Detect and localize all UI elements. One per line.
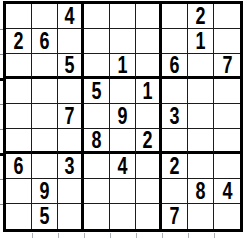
cell-r2c6[interactable] <box>136 29 162 54</box>
cell-r8c8[interactable]: 8 <box>188 179 214 204</box>
cell-r1c9[interactable] <box>214 4 240 29</box>
cell-r9c9[interactable] <box>214 204 240 229</box>
given-digit: 8 <box>196 180 206 203</box>
given-digit: 5 <box>40 205 50 228</box>
cell-r2c4[interactable] <box>84 29 110 54</box>
cell-r9c6[interactable] <box>136 204 162 229</box>
cell-r7c3[interactable]: 3 <box>58 154 84 179</box>
cell-r6c1[interactable] <box>6 129 32 154</box>
cell-r6c6[interactable]: 2 <box>136 129 162 154</box>
cell-r2c1[interactable]: 2 <box>6 29 32 54</box>
cell-r5c5[interactable]: 9 <box>110 104 136 129</box>
margin-gridline-stub <box>110 233 111 238</box>
cell-r5c1[interactable] <box>6 104 32 129</box>
cell-r5c6[interactable] <box>136 104 162 129</box>
cell-r6c4[interactable]: 8 <box>84 129 110 154</box>
given-digit: 6 <box>170 54 180 77</box>
given-digit: 9 <box>40 180 50 203</box>
cell-r3c4[interactable] <box>84 54 110 79</box>
cell-r4c8[interactable] <box>188 79 214 104</box>
cell-r3c6[interactable] <box>136 54 162 79</box>
cell-r9c1[interactable] <box>6 204 32 229</box>
cell-r9c8[interactable] <box>188 204 214 229</box>
cell-r1c1[interactable] <box>6 4 32 29</box>
cell-r5c3[interactable]: 7 <box>58 104 84 129</box>
cell-r2c3[interactable] <box>58 29 84 54</box>
cell-r7c1[interactable]: 6 <box>6 154 32 179</box>
sudoku-page: 4226151675179382634298457 <box>0 0 250 239</box>
given-digit: 4 <box>118 155 128 178</box>
cell-r7c4[interactable] <box>84 154 110 179</box>
cell-r9c4[interactable] <box>84 204 110 229</box>
margin-gridline-stub <box>0 204 3 205</box>
cell-r1c7[interactable] <box>162 4 188 29</box>
cell-r6c2[interactable] <box>32 129 58 154</box>
cell-r4c2[interactable] <box>32 79 58 104</box>
cell-r1c5[interactable] <box>110 4 136 29</box>
cell-r6c8[interactable] <box>188 129 214 154</box>
cell-r3c3[interactable]: 5 <box>58 54 84 79</box>
given-digit: 1 <box>143 80 153 103</box>
given-digit: 6 <box>40 30 50 53</box>
given-digit: 2 <box>14 30 24 53</box>
cell-r4c4[interactable]: 5 <box>84 79 110 104</box>
given-digit: 2 <box>196 5 206 28</box>
cell-r5c7[interactable]: 3 <box>162 104 188 129</box>
margin-gridline-stub <box>0 153 3 156</box>
margin-gridline-stub <box>188 233 189 238</box>
cell-r1c6[interactable] <box>136 4 162 29</box>
margin-gridline-stub <box>162 233 163 238</box>
cell-r8c9[interactable]: 4 <box>214 179 240 204</box>
cell-r7c5[interactable]: 4 <box>110 154 136 179</box>
cell-r1c2[interactable] <box>32 4 58 29</box>
cell-r4c5[interactable] <box>110 79 136 104</box>
margin-gridline-stub <box>0 104 3 105</box>
cell-r5c9[interactable] <box>214 104 240 129</box>
given-digit: 3 <box>65 155 75 178</box>
margin-gridline-stub <box>0 78 3 81</box>
cell-r9c7[interactable]: 7 <box>162 204 188 229</box>
margin-gridline-stub <box>84 233 85 238</box>
given-digit: 4 <box>222 180 232 203</box>
cell-r3c7[interactable]: 6 <box>162 54 188 79</box>
cell-r4c9[interactable] <box>214 79 240 104</box>
margin-gridline-stub <box>0 179 3 180</box>
cell-r1c3[interactable]: 4 <box>58 4 84 29</box>
cell-r4c7[interactable] <box>162 79 188 104</box>
cell-r9c2[interactable]: 5 <box>32 204 58 229</box>
sudoku-board: 4226151675179382634298457 <box>3 1 243 232</box>
cell-r5c2[interactable] <box>32 104 58 129</box>
given-digit: 6 <box>14 155 24 178</box>
cell-r8c2[interactable]: 9 <box>32 179 58 204</box>
cell-r8c4[interactable] <box>84 179 110 204</box>
cell-r4c1[interactable] <box>6 79 32 104</box>
given-digit: 7 <box>170 205 180 228</box>
cell-r2c7[interactable] <box>162 29 188 54</box>
cell-r4c3[interactable] <box>58 79 84 104</box>
cell-r1c4[interactable] <box>84 4 110 29</box>
margin-gridline-stub <box>136 233 137 238</box>
cell-r6c9[interactable] <box>214 129 240 154</box>
cell-r3c5[interactable]: 1 <box>110 54 136 79</box>
cell-r6c5[interactable] <box>110 129 136 154</box>
cell-r8c1[interactable] <box>6 179 32 204</box>
cell-r7c6[interactable] <box>136 154 162 179</box>
margin-gridline-stub <box>58 233 59 238</box>
cell-r7c9[interactable] <box>214 154 240 179</box>
given-digit: 3 <box>170 105 180 128</box>
cell-r4c6[interactable]: 1 <box>136 79 162 104</box>
cell-r8c6[interactable] <box>136 179 162 204</box>
cell-r7c7[interactable]: 2 <box>162 154 188 179</box>
cell-r8c7[interactable] <box>162 179 188 204</box>
cell-r1c8[interactable]: 2 <box>188 4 214 29</box>
given-digit: 2 <box>143 129 153 152</box>
given-digit: 5 <box>65 54 75 77</box>
cell-r3c2[interactable] <box>32 54 58 79</box>
cell-r2c5[interactable] <box>110 29 136 54</box>
cell-r8c3[interactable] <box>58 179 84 204</box>
given-digit: 7 <box>222 54 232 77</box>
margin-gridline-stub <box>0 54 3 55</box>
margin-gridline-stub <box>32 233 33 238</box>
cell-r3c8[interactable] <box>188 54 214 79</box>
cell-r6c3[interactable] <box>58 129 84 154</box>
cell-r5c8[interactable] <box>188 104 214 129</box>
margin-gridline-stub <box>0 129 3 130</box>
given-digit: 1 <box>118 54 128 77</box>
given-digit: 4 <box>65 5 75 28</box>
given-digit: 2 <box>170 155 180 178</box>
given-digit: 1 <box>196 30 206 53</box>
cell-r9c5[interactable] <box>110 204 136 229</box>
cell-r2c8[interactable]: 1 <box>188 29 214 54</box>
cell-r2c9[interactable] <box>214 29 240 54</box>
given-digit: 7 <box>65 105 75 128</box>
cell-r7c8[interactable] <box>188 154 214 179</box>
cell-r9c3[interactable] <box>58 204 84 229</box>
cell-r8c5[interactable] <box>110 179 136 204</box>
given-digit: 8 <box>92 129 102 152</box>
given-digit: 9 <box>118 105 128 128</box>
given-digit: 5 <box>92 80 102 103</box>
cell-r6c7[interactable] <box>162 129 188 154</box>
cell-r2c2[interactable]: 6 <box>32 29 58 54</box>
cell-r3c9[interactable]: 7 <box>214 54 240 79</box>
margin-gridline-stub <box>0 29 3 30</box>
cell-r3c1[interactable] <box>6 54 32 79</box>
margin-gridline-stub <box>214 233 215 238</box>
cell-r5c4[interactable] <box>84 104 110 129</box>
cell-r7c2[interactable] <box>32 154 58 179</box>
